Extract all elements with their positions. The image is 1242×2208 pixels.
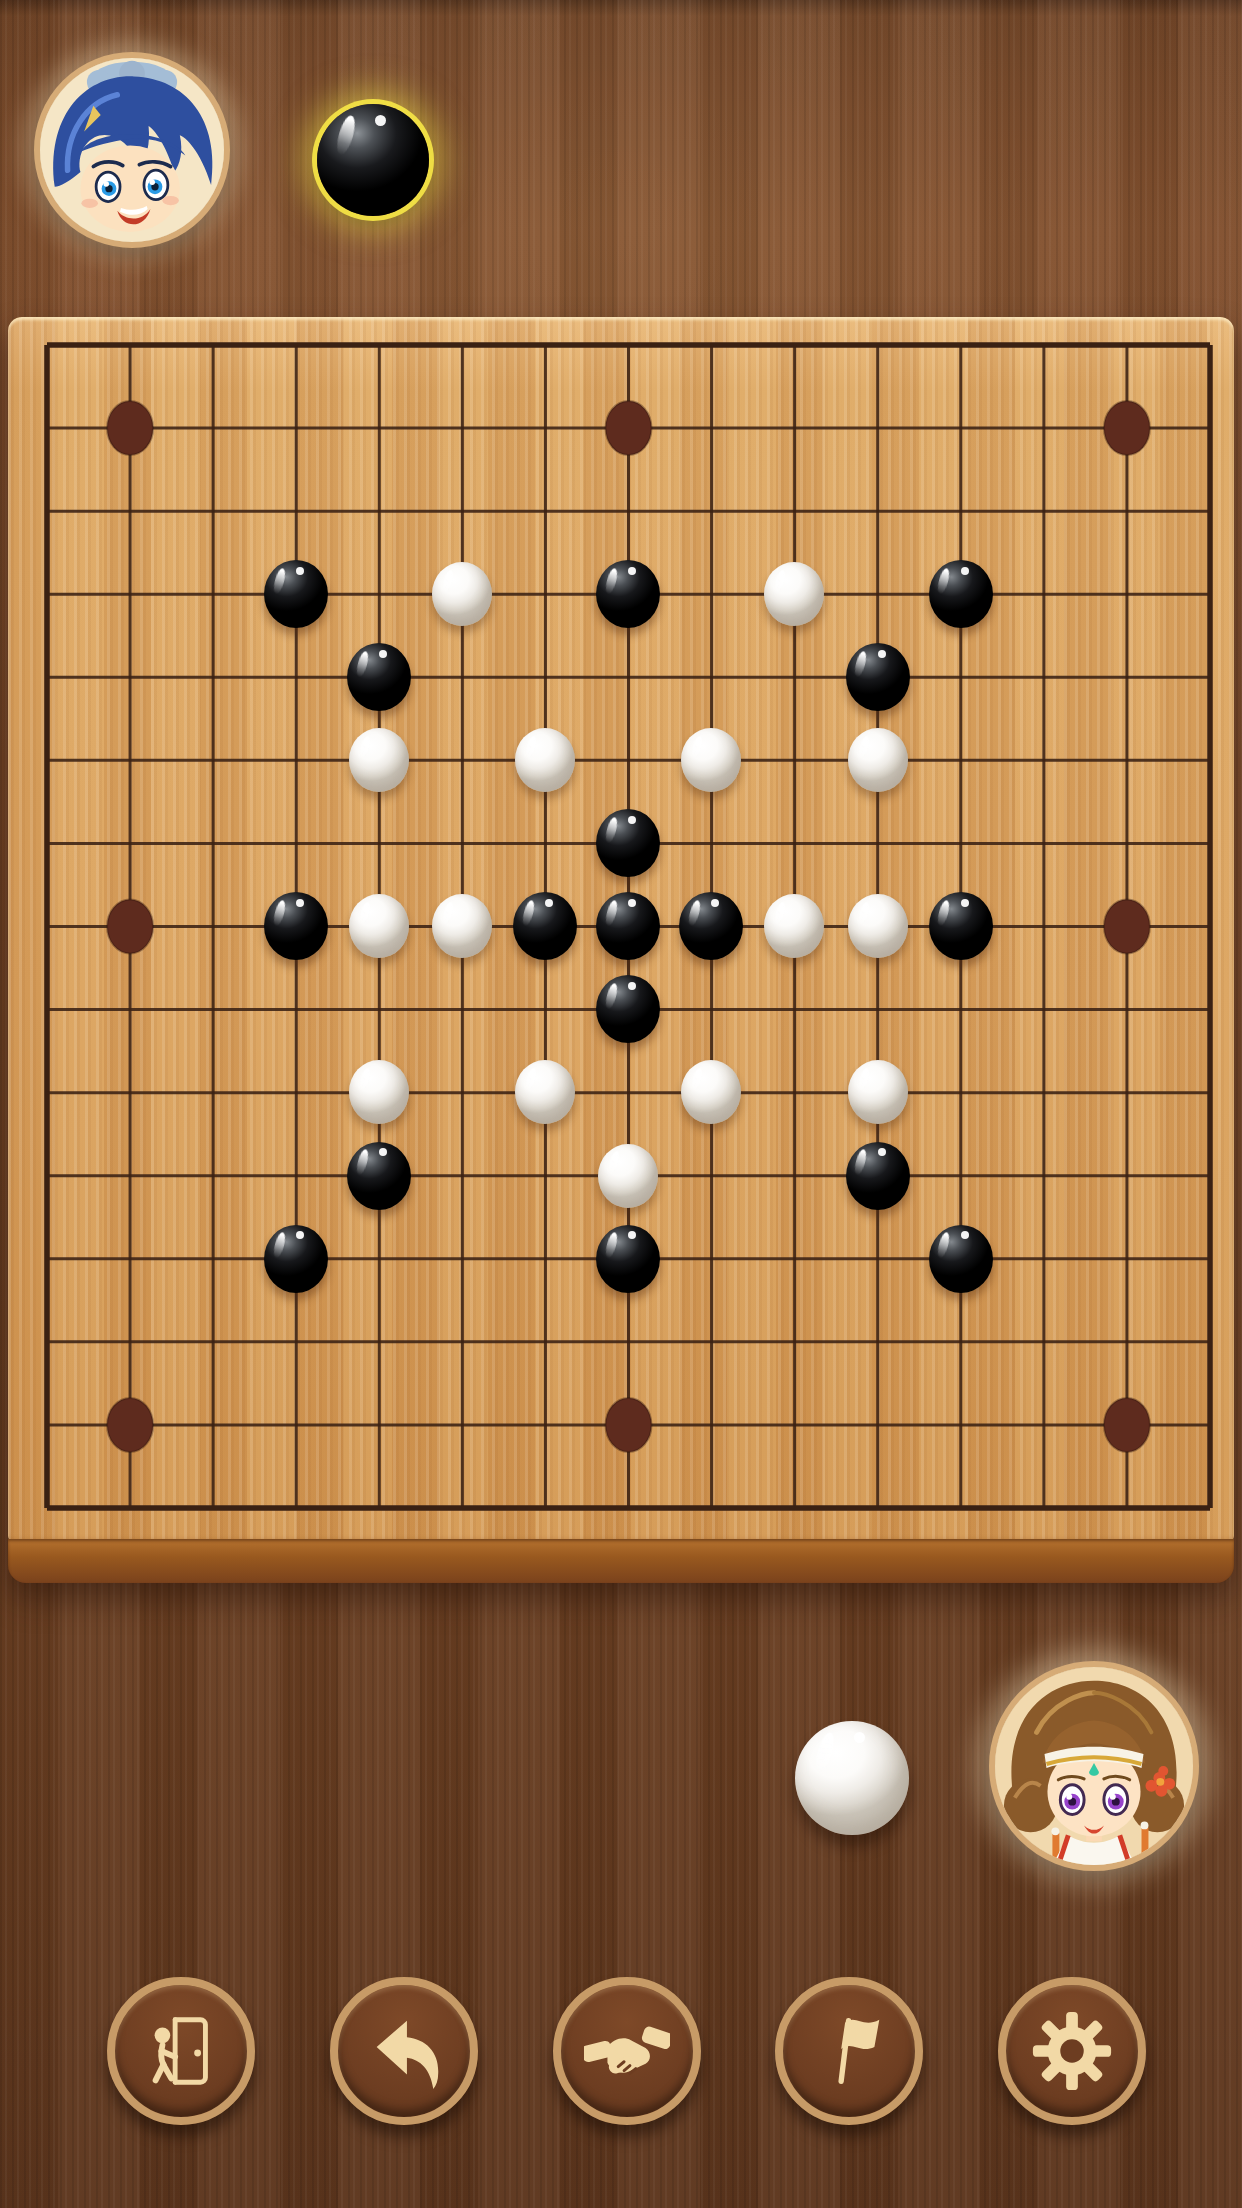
stone-white (848, 1060, 908, 1124)
exit-door-icon (138, 2008, 224, 2094)
stone-black (596, 1225, 660, 1293)
blue-haired-avatar-image (40, 58, 224, 242)
star-point (107, 899, 153, 953)
stone-black (846, 643, 910, 711)
stone-black (347, 1142, 411, 1210)
stone-white (848, 894, 908, 958)
top-player-avatar[interactable] (34, 52, 230, 248)
settings-button[interactable] (998, 1977, 1146, 2125)
game-screen (0, 0, 1242, 2208)
star-point (1104, 1398, 1150, 1452)
stone-black (264, 560, 328, 628)
stone-black (929, 560, 993, 628)
handshake-icon (584, 2008, 670, 2094)
auburn-haired-avatar-image (995, 1667, 1193, 1865)
bottom-player-avatar[interactable] (989, 1661, 1199, 1871)
stone-white (349, 728, 409, 792)
resign-button[interactable] (775, 1977, 923, 2125)
board-surface[interactable] (8, 317, 1234, 1542)
star-point (107, 1398, 153, 1452)
star-point (1104, 899, 1150, 953)
gomoku-board (8, 317, 1234, 1583)
stone-black (347, 643, 411, 711)
star-point (1104, 401, 1150, 455)
stone-black (929, 892, 993, 960)
stone-white (848, 728, 908, 792)
stone-black (264, 892, 328, 960)
draw-offer-button[interactable] (553, 1977, 701, 2125)
stone-black (264, 1225, 328, 1293)
stone-white (432, 562, 492, 626)
stone-white (598, 1144, 658, 1208)
flag-icon (806, 2008, 892, 2094)
undo-arrow-icon (361, 2008, 447, 2094)
star-point (605, 401, 651, 455)
board-front-edge (8, 1539, 1234, 1583)
stone-black (929, 1225, 993, 1293)
stone-black (846, 1142, 910, 1210)
star-point (107, 401, 153, 455)
gear-icon (1029, 2008, 1115, 2094)
undo-button[interactable] (330, 1977, 478, 2125)
white-player-stone (795, 1721, 909, 1835)
black-turn-indicator-stone (317, 104, 429, 216)
exit-button[interactable] (107, 1977, 255, 2125)
star-point (605, 1398, 651, 1452)
